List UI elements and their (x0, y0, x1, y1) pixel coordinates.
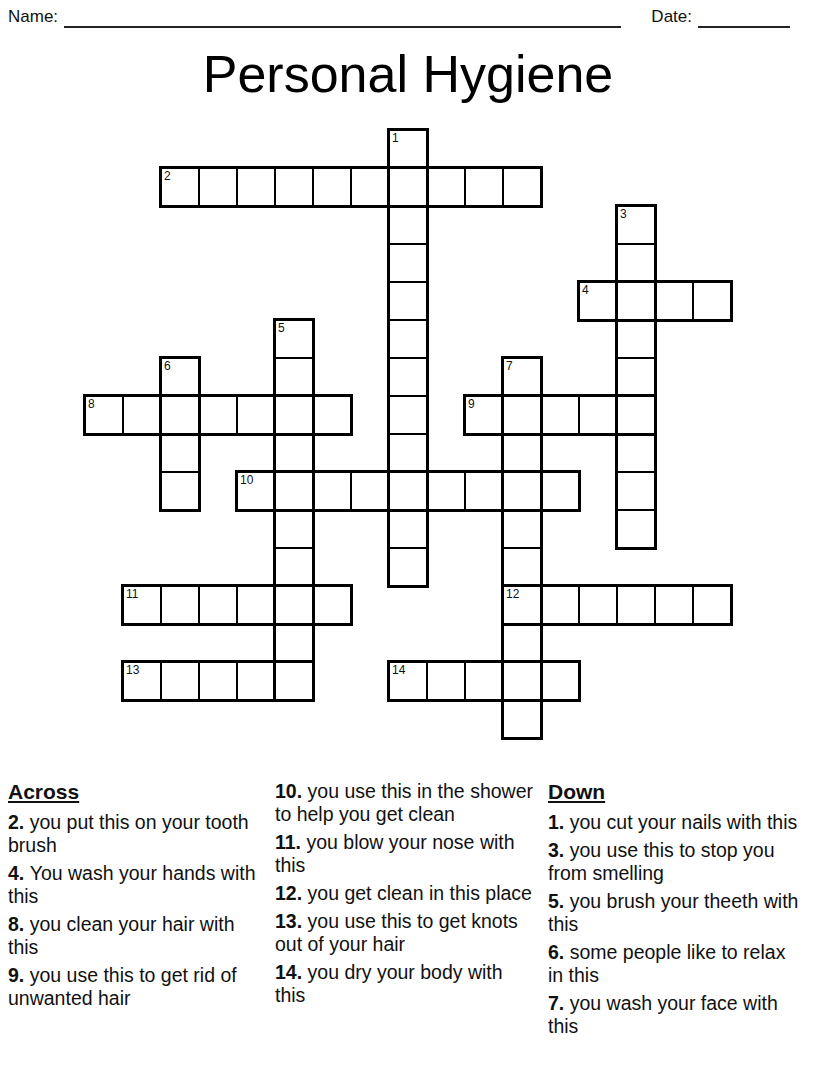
clue-number: 10 (240, 473, 253, 487)
crossword-cell[interactable] (503, 396, 541, 434)
crossword-cell[interactable]: 12 (503, 586, 541, 624)
clue-10: 10. you use this in the shower to help y… (275, 780, 533, 826)
clue-number: 8 (88, 397, 95, 411)
crossword-cell[interactable]: 2 (161, 168, 199, 206)
crossword-cell[interactable] (275, 396, 313, 434)
crossword-cell[interactable] (541, 472, 579, 510)
clue-number: 3 (620, 207, 627, 221)
crossword-cell[interactable] (389, 206, 427, 244)
across-clues-list-1: 2. you put this on your tooth brush4. Yo… (8, 811, 262, 1010)
crossword-cell[interactable]: 10 (237, 472, 275, 510)
crossword-cell[interactable] (503, 700, 541, 738)
across-clues-column-2: 10. you use this in the shower to help y… (275, 780, 533, 1012)
crossword-cell[interactable] (313, 168, 351, 206)
crossword-cell[interactable] (503, 472, 541, 510)
crossword-cell[interactable] (389, 548, 427, 586)
name-fill-line[interactable] (64, 6, 621, 28)
crossword-cell[interactable]: 14 (389, 662, 427, 700)
date-fill-line[interactable] (698, 6, 790, 28)
crossword-cell[interactable] (161, 434, 199, 472)
down-clues-column: Down 1. you cut your nails with this3. y… (548, 780, 804, 1043)
crossword-cell[interactable]: 13 (123, 662, 161, 700)
crossword-cell[interactable] (199, 586, 237, 624)
crossword-cell[interactable] (693, 586, 731, 624)
crossword-cell[interactable] (503, 168, 541, 206)
crossword-cell[interactable] (199, 396, 237, 434)
crossword-cell[interactable] (427, 472, 465, 510)
crossword-cell[interactable] (161, 586, 199, 624)
clue-9: 9. you use this to get rid of unwanted h… (8, 964, 262, 1010)
crossword-cell[interactable] (313, 396, 351, 434)
crossword-cell[interactable] (275, 168, 313, 206)
clue-14: 14. you dry your body with this (275, 961, 533, 1007)
crossword-cell[interactable] (351, 168, 389, 206)
crossword-cell[interactable] (123, 396, 161, 434)
clue-4: 4. You wash your hands with this (8, 862, 262, 908)
clue-2: 2. you put this on your tooth brush (8, 811, 262, 857)
crossword-cell[interactable] (389, 510, 427, 548)
crossword-cell[interactable] (313, 586, 351, 624)
crossword-cell[interactable]: 7 (503, 358, 541, 396)
clue-number: 1 (392, 131, 399, 145)
crossword-cell[interactable] (465, 662, 503, 700)
across-heading: Across (8, 780, 262, 803)
crossword-cell[interactable] (389, 244, 427, 282)
clue-number: 2 (164, 169, 171, 183)
crossword-cell[interactable] (389, 320, 427, 358)
crossword-cell[interactable]: 4 (579, 282, 617, 320)
crossword-cell[interactable] (617, 586, 655, 624)
crossword-cell[interactable]: 6 (161, 358, 199, 396)
crossword-cell[interactable] (617, 472, 655, 510)
clue-number: 9 (468, 397, 475, 411)
clue-8: 8. you clean your hair with this (8, 913, 262, 959)
crossword-cell[interactable] (503, 434, 541, 472)
crossword-cell[interactable] (351, 472, 389, 510)
crossword-cell[interactable] (465, 472, 503, 510)
crossword-cell[interactable] (275, 624, 313, 662)
clue-11: 11. you blow your nose with this (275, 831, 533, 877)
crossword-cell[interactable] (503, 510, 541, 548)
crossword-cell[interactable] (161, 472, 199, 510)
crossword-cell[interactable] (275, 472, 313, 510)
crossword-cell[interactable] (693, 282, 731, 320)
crossword-cell[interactable] (617, 282, 655, 320)
crossword-cell[interactable] (617, 320, 655, 358)
crossword-cell[interactable]: 8 (85, 396, 123, 434)
crossword-cell[interactable] (389, 434, 427, 472)
crossword-cell[interactable] (199, 168, 237, 206)
crossword-cell[interactable] (579, 396, 617, 434)
clue-number: 5 (278, 321, 285, 335)
clue-number: 6 (164, 359, 171, 373)
date-label: Date: (651, 7, 692, 28)
worksheet-page: Name: Date: Personal Hygiene 12345671289… (0, 0, 816, 1083)
clue-5: 5. you brush your theeth with this (548, 890, 804, 936)
crossword-cell[interactable] (465, 168, 503, 206)
crossword-cell[interactable] (541, 586, 579, 624)
crossword-cell[interactable] (427, 662, 465, 700)
crossword-cell[interactable] (237, 396, 275, 434)
clue-number: 11 (126, 587, 138, 601)
crossword-cell[interactable] (275, 358, 313, 396)
crossword-cell[interactable] (313, 472, 351, 510)
clue-number: 4 (582, 283, 589, 297)
clue-13: 13. you use this to get knots out of you… (275, 910, 533, 956)
crossword-grid: 1234567128910111314 (85, 130, 731, 738)
crossword-cell[interactable] (275, 662, 313, 700)
down-clues-list: 1. you cut your nails with this3. you us… (548, 811, 804, 1038)
crossword-cell[interactable] (237, 586, 275, 624)
crossword-cell[interactable] (617, 244, 655, 282)
crossword-cell[interactable] (617, 510, 655, 548)
crossword-cell[interactable] (275, 434, 313, 472)
page-title: Personal Hygiene (0, 44, 816, 104)
crossword-cell[interactable] (237, 168, 275, 206)
crossword-cell[interactable]: 1 (389, 130, 427, 168)
crossword-cell[interactable] (389, 282, 427, 320)
clue-1: 1. you cut your nails with this (548, 811, 804, 834)
clue-number: 14 (392, 663, 405, 677)
crossword-cell[interactable] (275, 510, 313, 548)
crossword-cell[interactable] (275, 586, 313, 624)
crossword-cell[interactable] (161, 396, 199, 434)
crossword-cell[interactable] (617, 358, 655, 396)
crossword-cell[interactable]: 3 (617, 206, 655, 244)
name-label: Name: (8, 7, 58, 28)
crossword-cell[interactable]: 5 (275, 320, 313, 358)
page-header: Name: Date: (8, 6, 790, 28)
crossword-cell[interactable] (655, 282, 693, 320)
crossword-cell[interactable] (161, 662, 199, 700)
crossword-cell[interactable] (503, 662, 541, 700)
clue-3: 3. you use this to stop you from smellin… (548, 839, 804, 885)
across-clues-column: Across 2. you put this on your tooth bru… (8, 780, 262, 1015)
crossword-cell[interactable] (199, 662, 237, 700)
crossword-cell[interactable] (503, 624, 541, 662)
clue-number: 13 (126, 663, 139, 677)
crossword-cell[interactable] (389, 472, 427, 510)
clue-12: 12. you get clean in this place (275, 882, 533, 905)
crossword-cell[interactable] (541, 662, 579, 700)
clue-6: 6. some people like to relax in this (548, 941, 804, 987)
clue-7: 7. you wash your face with this (548, 992, 804, 1038)
crossword-cell[interactable] (655, 586, 693, 624)
crossword-cell[interactable] (617, 434, 655, 472)
crossword-cell[interactable] (275, 548, 313, 586)
across-clues-list-2: 10. you use this in the shower to help y… (275, 780, 533, 1007)
crossword-cell[interactable] (503, 548, 541, 586)
crossword-cell[interactable] (389, 396, 427, 434)
clue-number: 7 (506, 359, 513, 373)
crossword-cell[interactable]: 9 (465, 396, 503, 434)
clue-number: 12 (506, 587, 519, 601)
crossword-cell[interactable] (427, 168, 465, 206)
crossword-cell[interactable]: 11 (123, 586, 161, 624)
crossword-cell[interactable] (389, 358, 427, 396)
crossword-cell[interactable] (617, 396, 655, 434)
crossword-cell[interactable] (389, 168, 427, 206)
crossword-cell[interactable] (541, 396, 579, 434)
down-heading: Down (548, 780, 804, 803)
crossword-cell[interactable] (579, 586, 617, 624)
crossword-cell[interactable] (237, 662, 275, 700)
